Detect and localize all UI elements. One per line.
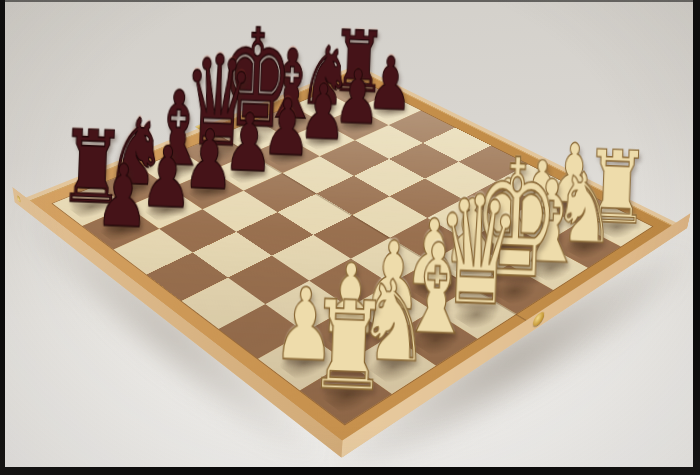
light-rook-glyph: ♜ bbox=[253, 281, 441, 410]
letterbox-right bbox=[693, 0, 700, 475]
chess-set-photo: ♜♞♝♛♚♝♞♜♟♟♟♟♟♟♟♟♟♟♟♟♟♟♟♟♜♞♝♛♚♝♞♜ rnbqkbn… bbox=[0, 0, 700, 475]
square-a1: ♜ bbox=[300, 362, 392, 424]
letterbox-top bbox=[0, 0, 700, 2]
brass-pin-icon bbox=[17, 195, 21, 203]
letterbox-bottom bbox=[0, 467, 700, 475]
letterbox-left bbox=[0, 0, 5, 475]
board-grid: ♜♞♝♛♚♝♞♜♟♟♟♟♟♟♟♟♟♟♟♟♟♟♟♟♜♞♝♛♚♝♞♜ bbox=[53, 79, 652, 425]
board-perspective-wrapper: ♜♞♝♛♚♝♞♜♟♟♟♟♟♟♟♟♟♟♟♟♟♟♟♟♜♞♝♛♚♝♞♜ bbox=[104, 0, 598, 462]
chess-board: ♜♞♝♛♚♝♞♜♟♟♟♟♟♟♟♟♟♟♟♟♟♟♟♟♜♞♝♛♚♝♞♜ bbox=[15, 65, 688, 458]
